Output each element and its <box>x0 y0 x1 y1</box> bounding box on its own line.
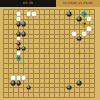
black-stone <box>67 12 72 17</box>
black-stone <box>16 80 21 85</box>
black-stone <box>21 46 26 51</box>
black-stone <box>16 22 21 27</box>
go-app-window: 05:39 43.2%(B) 43.2%(W) <box>0 0 100 100</box>
white-stone <box>87 17 92 22</box>
grid-line-horizontal <box>3 73 95 74</box>
black-stone <box>26 85 31 90</box>
grid-line-vertical <box>94 9 95 98</box>
white-stone <box>21 75 26 80</box>
white-stone <box>72 31 77 36</box>
status-bar: 05:39 43.2%(B) 43.2%(W) <box>0 0 100 7</box>
black-stone <box>21 31 26 36</box>
grid-line-vertical <box>74 9 75 98</box>
grid-line-vertical <box>89 9 90 98</box>
grid-line-horizontal <box>3 92 95 93</box>
clock-text: 05:39 <box>23 1 33 5</box>
ai-suggestion-marker[interactable] <box>82 12 87 17</box>
ai-suggestion-marker[interactable] <box>16 56 21 61</box>
grid-line-vertical <box>54 9 55 98</box>
white-stone <box>31 12 36 17</box>
clock-display: 05:39 <box>0 0 56 7</box>
suggestion-center-dot <box>84 23 86 25</box>
suggestion-center-dot <box>84 13 86 15</box>
go-board[interactable] <box>0 0 100 100</box>
white-stone <box>26 12 31 17</box>
black-stone <box>77 80 82 85</box>
white-stone <box>82 31 87 36</box>
white-stone <box>87 26 92 31</box>
grid-line-vertical <box>59 9 60 98</box>
black-stone <box>77 36 82 41</box>
ai-suggestion-marker[interactable] <box>82 22 87 27</box>
score-estimate-display: 43.2%(B) 43.2%(W) <box>56 0 100 7</box>
grid-line-horizontal <box>3 63 95 64</box>
black-stone <box>21 22 26 27</box>
score-estimate-text: 43.2%(B) 43.2%(W) <box>63 1 93 5</box>
black-stone <box>67 85 72 90</box>
grid-line-horizontal <box>3 97 95 98</box>
grid-line-horizontal <box>3 87 95 88</box>
black-stone <box>77 17 82 22</box>
suggestion-center-dot <box>18 57 20 59</box>
grid-line-horizontal <box>3 68 95 69</box>
grid-line-vertical <box>64 9 65 98</box>
